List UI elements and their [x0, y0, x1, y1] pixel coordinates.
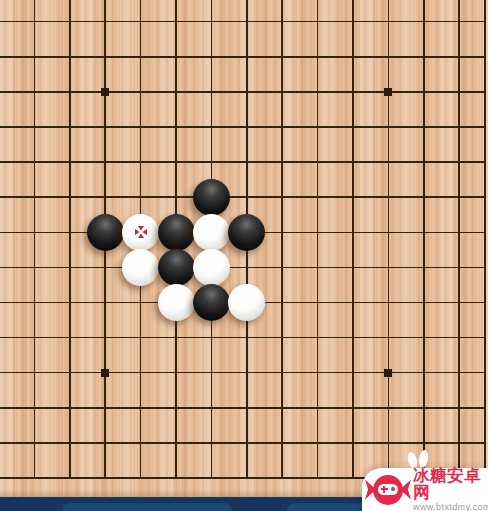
- stone-black[interactable]: [158, 249, 195, 286]
- stone-black[interactable]: [193, 179, 230, 216]
- board[interactable]: [0, 0, 488, 497]
- star-point: [384, 88, 392, 96]
- last-move-marker: [133, 224, 149, 240]
- stone-black[interactable]: [87, 214, 124, 251]
- grid-line-h: [0, 196, 486, 198]
- bottom-bar-button-right[interactable]: [287, 503, 377, 511]
- grid-line-h: [0, 21, 486, 23]
- stone-white[interactable]: [122, 249, 159, 286]
- gomoku-app-screen: 冰糖安卓网 www.btxtdmy.com: [0, 0, 488, 511]
- star-point: [384, 369, 392, 377]
- grid-line-h: [0, 337, 486, 339]
- bottom-bar-button-left[interactable]: [62, 503, 232, 511]
- stone-black[interactable]: [158, 214, 195, 251]
- grid-line-h: [0, 91, 486, 93]
- bottom-toolbar: [0, 497, 488, 511]
- grid-line-h: [0, 56, 486, 58]
- stone-black[interactable]: [228, 214, 265, 251]
- star-point: [101, 369, 109, 377]
- board-bottom-edge: [0, 489, 488, 497]
- grid-line-h: [0, 267, 486, 269]
- grid-line-h: [0, 407, 486, 409]
- stone-black[interactable]: [193, 284, 230, 321]
- stone-white[interactable]: [158, 284, 195, 321]
- stone-white[interactable]: [193, 249, 230, 286]
- grid-line-h: [0, 372, 486, 374]
- grid-line-h: [0, 161, 486, 163]
- grid-line-h: [0, 442, 486, 444]
- stone-white[interactable]: [228, 284, 265, 321]
- grid-line-h: [0, 126, 486, 128]
- stone-white[interactable]: [193, 214, 230, 251]
- grid-line-h: [0, 477, 486, 479]
- star-point: [101, 88, 109, 96]
- stone-white[interactable]: [122, 214, 159, 251]
